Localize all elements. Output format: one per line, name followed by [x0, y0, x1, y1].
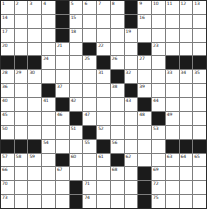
cell-7-9[interactable]: 38	[111, 84, 124, 97]
cell-6-6[interactable]	[70, 70, 83, 83]
cell-13-1[interactable]: 66	[1, 167, 14, 180]
clue-number-68: 68	[112, 167, 117, 172]
cell-7-7[interactable]	[83, 84, 96, 97]
cell-2-9[interactable]	[111, 15, 124, 28]
clue-number-60: 60	[71, 154, 76, 159]
clue-number-42: 42	[71, 98, 76, 103]
clue-number-21: 21	[57, 43, 62, 48]
cell-6-4[interactable]	[42, 70, 55, 83]
cell-7-8[interactable]	[97, 84, 110, 97]
cell-10-10[interactable]	[125, 126, 138, 139]
black-cell-7-4	[42, 84, 55, 97]
cell-11-11[interactable]	[138, 140, 151, 153]
cell-6-12[interactable]	[152, 70, 165, 83]
cell-9-11[interactable]: 48	[138, 112, 151, 125]
black-cell-1-5	[56, 1, 69, 14]
black-cell-14-11	[138, 181, 151, 194]
cell-14-15[interactable]	[193, 181, 206, 194]
cell-2-14[interactable]	[180, 15, 193, 28]
cell-14-9[interactable]	[111, 181, 124, 194]
cell-5-12[interactable]	[152, 56, 165, 69]
cell-14-1[interactable]: 70	[1, 181, 14, 194]
clue-number-19: 19	[126, 29, 131, 34]
cell-10-15[interactable]	[193, 126, 206, 139]
clue-number-33: 33	[167, 70, 172, 75]
cell-15-12[interactable]: 75	[152, 195, 165, 208]
cell-1-12[interactable]: 10	[152, 1, 165, 14]
cell-14-2[interactable]	[15, 181, 28, 194]
cell-10-6[interactable]: 51	[70, 126, 83, 139]
clue-number-32: 32	[126, 70, 131, 75]
clue-number-58: 58	[16, 154, 21, 159]
black-cell-9-12	[152, 112, 165, 125]
cell-10-9[interactable]	[111, 126, 124, 139]
cell-2-6[interactable]: 15	[70, 15, 83, 28]
cell-15-1[interactable]: 73	[1, 195, 14, 208]
cell-1-7[interactable]: 6	[83, 1, 96, 14]
clue-number-61: 61	[98, 154, 103, 159]
cell-8-7[interactable]	[83, 98, 96, 111]
clue-number-35: 35	[194, 70, 199, 75]
cell-6-10[interactable]: 32	[125, 70, 138, 83]
cell-8-6[interactable]: 42	[70, 98, 83, 111]
black-cell-5-14	[180, 56, 193, 69]
cell-6-7[interactable]	[83, 70, 96, 83]
cell-6-14[interactable]: 34	[180, 70, 193, 83]
clue-number-48: 48	[139, 112, 144, 117]
clue-number-27: 27	[139, 56, 144, 61]
cell-4-8[interactable]: 22	[97, 43, 110, 56]
black-cell-5-3	[28, 56, 41, 69]
cell-3-14[interactable]	[180, 29, 193, 42]
cell-3-15[interactable]	[193, 29, 206, 42]
cell-2-8[interactable]	[97, 15, 110, 28]
cell-15-14[interactable]	[180, 195, 193, 208]
black-cell-15-6	[70, 195, 83, 208]
clue-number-38: 38	[112, 84, 117, 89]
cell-5-4[interactable]: 24	[42, 56, 55, 69]
cell-13-14[interactable]	[180, 167, 193, 180]
cell-15-5[interactable]	[56, 195, 69, 208]
clue-number-14: 14	[2, 15, 7, 20]
cell-6-5[interactable]	[56, 70, 69, 83]
cell-3-8[interactable]	[97, 29, 110, 42]
clue-number-18: 18	[71, 29, 76, 34]
cell-3-2[interactable]	[15, 29, 28, 42]
clue-number-15: 15	[71, 15, 76, 20]
cell-11-5[interactable]	[56, 140, 69, 153]
cell-2-3[interactable]	[28, 15, 41, 28]
clue-number-31: 31	[98, 70, 103, 75]
cell-11-4[interactable]: 54	[42, 140, 55, 153]
clue-number-30: 30	[29, 70, 34, 75]
cell-11-7[interactable]: 55	[83, 140, 96, 153]
cell-13-9[interactable]: 68	[111, 167, 124, 180]
clue-number-69: 69	[153, 167, 158, 172]
clue-number-12: 12	[181, 1, 186, 6]
clue-number-52: 52	[98, 126, 103, 131]
clue-number-25: 25	[84, 56, 89, 61]
cell-13-7[interactable]	[83, 167, 96, 180]
cell-1-4[interactable]: 4	[42, 1, 55, 14]
cell-1-14[interactable]: 12	[180, 1, 193, 14]
cell-14-4[interactable]	[42, 181, 55, 194]
black-cell-5-15	[193, 56, 206, 69]
cell-14-3[interactable]	[28, 181, 41, 194]
clue-number-59: 59	[29, 154, 34, 159]
cell-4-15[interactable]	[193, 43, 206, 56]
cell-15-13[interactable]	[166, 195, 179, 208]
cell-13-10[interactable]	[125, 167, 138, 180]
clue-number-37: 37	[57, 84, 62, 89]
black-cell-11-2	[15, 140, 28, 153]
cell-4-3[interactable]	[28, 43, 41, 56]
black-cell-7-10	[125, 84, 138, 97]
cell-6-13[interactable]: 33	[166, 70, 179, 83]
cell-8-4[interactable]: 41	[42, 98, 55, 111]
cell-13-8[interactable]	[97, 167, 110, 180]
cell-2-7[interactable]	[83, 15, 96, 28]
black-cell-11-13	[166, 140, 179, 153]
cell-5-10[interactable]	[125, 56, 138, 69]
black-cell-12-9	[111, 154, 124, 167]
cell-14-7[interactable]: 71	[83, 181, 96, 194]
clue-number-50: 50	[2, 126, 7, 131]
cell-3-9[interactable]	[111, 29, 124, 42]
cell-13-12[interactable]: 69	[152, 167, 165, 180]
cell-8-13[interactable]	[166, 98, 179, 111]
clue-number-20: 20	[2, 43, 7, 48]
cell-13-3[interactable]	[28, 167, 41, 180]
cell-9-15[interactable]	[193, 112, 206, 125]
cell-12-15[interactable]: 65	[193, 154, 206, 167]
black-cell-11-3	[28, 140, 41, 153]
cell-6-2[interactable]: 29	[15, 70, 28, 83]
cell-8-2[interactable]	[15, 98, 28, 111]
clue-number-3: 3	[29, 1, 32, 6]
cell-7-3[interactable]	[28, 84, 41, 97]
cell-4-13[interactable]	[166, 43, 179, 56]
clue-number-9: 9	[139, 1, 142, 6]
clue-number-23: 23	[153, 43, 158, 48]
cell-7-14[interactable]	[180, 84, 193, 97]
cell-2-4[interactable]	[42, 15, 55, 28]
cell-2-13[interactable]	[166, 15, 179, 28]
clue-number-6: 6	[84, 1, 87, 6]
cell-15-4[interactable]	[42, 195, 55, 208]
cell-5-9[interactable]: 26	[111, 56, 124, 69]
clue-number-51: 51	[71, 126, 76, 131]
cell-4-6[interactable]	[70, 43, 83, 56]
cell-13-6[interactable]	[70, 167, 83, 180]
black-cell-13-11	[138, 167, 151, 180]
cell-2-12[interactable]	[152, 15, 165, 28]
cell-3-6[interactable]: 18	[70, 29, 83, 42]
cell-7-13[interactable]	[166, 84, 179, 97]
cell-9-7[interactable]: 47	[83, 112, 96, 125]
cell-3-7[interactable]	[83, 29, 96, 42]
clue-number-49: 49	[167, 112, 172, 117]
black-cell-2-5	[56, 15, 69, 28]
cell-10-13[interactable]	[166, 126, 179, 139]
clue-number-34: 34	[181, 70, 186, 75]
clue-number-13: 13	[194, 1, 199, 6]
black-cell-6-9	[111, 70, 124, 83]
clue-number-1: 1	[2, 1, 5, 6]
clue-number-17: 17	[2, 29, 7, 34]
cell-10-8[interactable]: 52	[97, 126, 110, 139]
clue-number-5: 5	[71, 1, 74, 6]
black-cell-11-8	[97, 140, 110, 153]
cell-3-4[interactable]	[42, 29, 55, 42]
black-cell-8-5	[56, 98, 69, 111]
cell-3-13[interactable]	[166, 29, 179, 42]
cell-13-15[interactable]	[193, 167, 206, 180]
clue-number-39: 39	[139, 84, 144, 89]
cell-9-4[interactable]	[42, 112, 55, 125]
clue-number-73: 73	[2, 195, 7, 200]
cell-12-10[interactable]: 62	[125, 154, 138, 167]
cell-11-12[interactable]	[152, 140, 165, 153]
cell-12-6[interactable]: 60	[70, 154, 83, 167]
clue-number-53: 53	[153, 126, 158, 131]
black-cell-11-15	[193, 140, 206, 153]
cell-4-1[interactable]: 20	[1, 43, 14, 56]
clue-number-26: 26	[112, 56, 117, 61]
black-cell-4-11	[138, 43, 151, 56]
cell-14-12[interactable]: 72	[152, 181, 165, 194]
cell-12-14[interactable]: 64	[180, 154, 193, 167]
clue-number-10: 10	[153, 1, 158, 6]
cell-10-11[interactable]	[138, 126, 151, 139]
cell-11-9[interactable]: 56	[111, 140, 124, 153]
black-cell-11-14	[180, 140, 193, 153]
cell-14-13[interactable]	[166, 181, 179, 194]
clue-number-55: 55	[84, 140, 89, 145]
black-cell-5-8	[97, 56, 110, 69]
cell-13-13[interactable]	[166, 167, 179, 180]
cell-7-12[interactable]	[152, 84, 165, 97]
clue-number-65: 65	[194, 154, 199, 159]
cell-9-2[interactable]	[15, 112, 28, 125]
cell-5-11[interactable]: 27	[138, 56, 151, 69]
cell-6-15[interactable]: 35	[193, 70, 206, 83]
cell-7-11[interactable]: 39	[138, 84, 151, 97]
black-cell-4-7	[83, 43, 96, 56]
cell-12-3[interactable]: 59	[28, 154, 41, 167]
clue-number-22: 22	[98, 43, 103, 48]
cell-1-8[interactable]: 7	[97, 1, 110, 14]
clue-number-11: 11	[167, 1, 172, 6]
cell-9-5[interactable]: 46	[56, 112, 69, 125]
cell-6-11[interactable]	[138, 70, 151, 83]
cell-8-8[interactable]	[97, 98, 110, 111]
clue-number-64: 64	[181, 154, 186, 159]
cell-7-6[interactable]	[70, 84, 83, 97]
cell-15-2[interactable]	[15, 195, 28, 208]
clue-number-41: 41	[43, 98, 48, 103]
cell-9-8[interactable]	[97, 112, 110, 125]
cell-15-15[interactable]	[193, 195, 206, 208]
cell-10-5[interactable]	[56, 126, 69, 139]
cell-5-5[interactable]	[56, 56, 69, 69]
cell-12-4[interactable]	[42, 154, 55, 167]
cell-15-8[interactable]	[97, 195, 110, 208]
cell-10-3[interactable]	[28, 126, 41, 139]
clue-number-47: 47	[84, 112, 89, 117]
clue-number-71: 71	[84, 181, 89, 186]
clue-number-4: 4	[43, 1, 46, 6]
cell-6-8[interactable]: 31	[97, 70, 110, 83]
cell-9-1[interactable]: 45	[1, 112, 14, 125]
clue-number-66: 66	[2, 167, 7, 172]
cell-8-3[interactable]	[28, 98, 41, 111]
cell-9-14[interactable]	[180, 112, 193, 125]
black-cell-10-7	[83, 126, 96, 139]
clue-number-70: 70	[2, 181, 7, 186]
black-cell-15-11	[138, 195, 151, 208]
cell-3-3[interactable]	[28, 29, 41, 42]
cell-4-10[interactable]	[125, 43, 138, 56]
black-cell-5-2	[15, 56, 28, 69]
cell-5-6[interactable]	[70, 56, 83, 69]
cell-1-9[interactable]: 8	[111, 1, 124, 14]
clue-number-36: 36	[2, 84, 7, 89]
clue-number-24: 24	[43, 56, 48, 61]
cell-10-14[interactable]	[180, 126, 193, 139]
cell-1-1[interactable]: 1	[1, 1, 14, 14]
cell-8-15[interactable]	[193, 98, 206, 111]
black-cell-14-6	[70, 181, 83, 194]
cell-3-1[interactable]: 17	[1, 29, 14, 42]
clue-number-7: 7	[98, 1, 101, 6]
clue-number-16: 16	[139, 15, 144, 20]
cell-10-12[interactable]: 53	[152, 126, 165, 139]
cell-4-2[interactable]	[15, 43, 28, 56]
cell-9-10[interactable]	[125, 112, 138, 125]
black-cell-2-10	[125, 15, 138, 28]
black-cell-11-1	[1, 140, 14, 153]
cell-14-14[interactable]	[180, 181, 193, 194]
cell-7-2[interactable]	[15, 84, 28, 97]
cell-8-14[interactable]	[180, 98, 193, 111]
cell-4-5[interactable]: 21	[56, 43, 69, 56]
cell-4-12[interactable]: 23	[152, 43, 165, 56]
cell-2-15[interactable]	[193, 15, 206, 28]
cell-9-9[interactable]	[111, 112, 124, 125]
clue-number-72: 72	[153, 181, 158, 186]
cell-1-11[interactable]: 9	[138, 1, 151, 14]
cell-6-1[interactable]: 28	[1, 70, 14, 83]
cell-12-11[interactable]	[138, 154, 151, 167]
cell-7-5[interactable]: 37	[56, 84, 69, 97]
cell-3-11[interactable]	[138, 29, 151, 42]
cell-8-9[interactable]	[111, 98, 124, 111]
clue-number-2: 2	[16, 1, 19, 6]
cell-9-3[interactable]	[28, 112, 41, 125]
black-cell-12-5	[56, 154, 69, 167]
cell-1-15[interactable]: 13	[193, 1, 206, 14]
cell-2-2[interactable]	[15, 15, 28, 28]
clue-number-63: 63	[167, 154, 172, 159]
clue-number-54: 54	[43, 140, 48, 145]
cell-11-10[interactable]	[125, 140, 138, 153]
clue-number-56: 56	[112, 140, 117, 145]
clue-number-28: 28	[2, 70, 7, 75]
clue-number-46: 46	[57, 112, 62, 117]
cell-2-11[interactable]: 16	[138, 15, 151, 28]
cell-13-2[interactable]	[15, 167, 28, 180]
cell-8-10[interactable]: 43	[125, 98, 138, 111]
clue-number-45: 45	[2, 112, 7, 117]
cell-12-7[interactable]	[83, 154, 96, 167]
cell-3-10[interactable]: 19	[125, 29, 138, 42]
cell-5-7[interactable]: 25	[83, 56, 96, 69]
cell-10-1[interactable]: 50	[1, 126, 14, 139]
cell-14-10[interactable]	[125, 181, 138, 194]
clue-number-43: 43	[126, 98, 131, 103]
clue-number-29: 29	[16, 70, 21, 75]
cell-12-8[interactable]: 61	[97, 154, 110, 167]
cell-13-4[interactable]	[42, 167, 55, 180]
cell-4-9[interactable]	[111, 43, 124, 56]
cell-8-1[interactable]: 40	[1, 98, 14, 111]
cell-8-12[interactable]: 44	[152, 98, 165, 111]
cell-15-3[interactable]	[28, 195, 41, 208]
cell-15-7[interactable]: 74	[83, 195, 96, 208]
cell-7-15[interactable]	[193, 84, 206, 97]
clue-number-8: 8	[112, 1, 115, 6]
crossword-board: 1234567891011121314151617181920212223242…	[0, 0, 207, 209]
cell-12-13[interactable]: 63	[166, 154, 179, 167]
black-cell-8-11	[138, 98, 151, 111]
cell-11-6[interactable]	[70, 140, 83, 153]
clue-number-67: 67	[57, 167, 62, 172]
cell-1-6[interactable]: 5	[70, 1, 83, 14]
clue-number-62: 62	[126, 154, 131, 159]
black-cell-3-5	[56, 29, 69, 42]
cell-10-4[interactable]	[42, 126, 55, 139]
cell-12-12[interactable]	[152, 154, 165, 167]
cell-14-5[interactable]	[56, 181, 69, 194]
cell-1-2[interactable]: 2	[15, 1, 28, 14]
cell-7-1[interactable]: 36	[1, 84, 14, 97]
cell-15-10[interactable]	[125, 195, 138, 208]
clue-number-74: 74	[84, 195, 89, 200]
cell-13-5[interactable]: 67	[56, 167, 69, 180]
cell-2-1[interactable]: 14	[1, 15, 14, 28]
cell-3-12[interactable]	[152, 29, 165, 42]
cell-1-13[interactable]: 11	[166, 1, 179, 14]
cell-4-14[interactable]	[180, 43, 193, 56]
clue-number-75: 75	[153, 195, 158, 200]
cell-15-9[interactable]	[111, 195, 124, 208]
cell-9-13[interactable]: 49	[166, 112, 179, 125]
cell-12-1[interactable]: 57	[1, 154, 14, 167]
clue-number-57: 57	[2, 154, 7, 159]
cell-1-3[interactable]: 3	[28, 1, 41, 14]
clue-number-40: 40	[2, 98, 7, 103]
cell-12-2[interactable]: 58	[15, 154, 28, 167]
cell-6-3[interactable]: 30	[28, 70, 41, 83]
black-cell-5-13	[166, 56, 179, 69]
black-cell-9-6	[70, 112, 83, 125]
cell-14-8[interactable]	[97, 181, 110, 194]
cell-4-4[interactable]	[42, 43, 55, 56]
cell-10-2[interactable]	[15, 126, 28, 139]
black-cell-5-1	[1, 56, 14, 69]
clue-number-44: 44	[153, 98, 158, 103]
